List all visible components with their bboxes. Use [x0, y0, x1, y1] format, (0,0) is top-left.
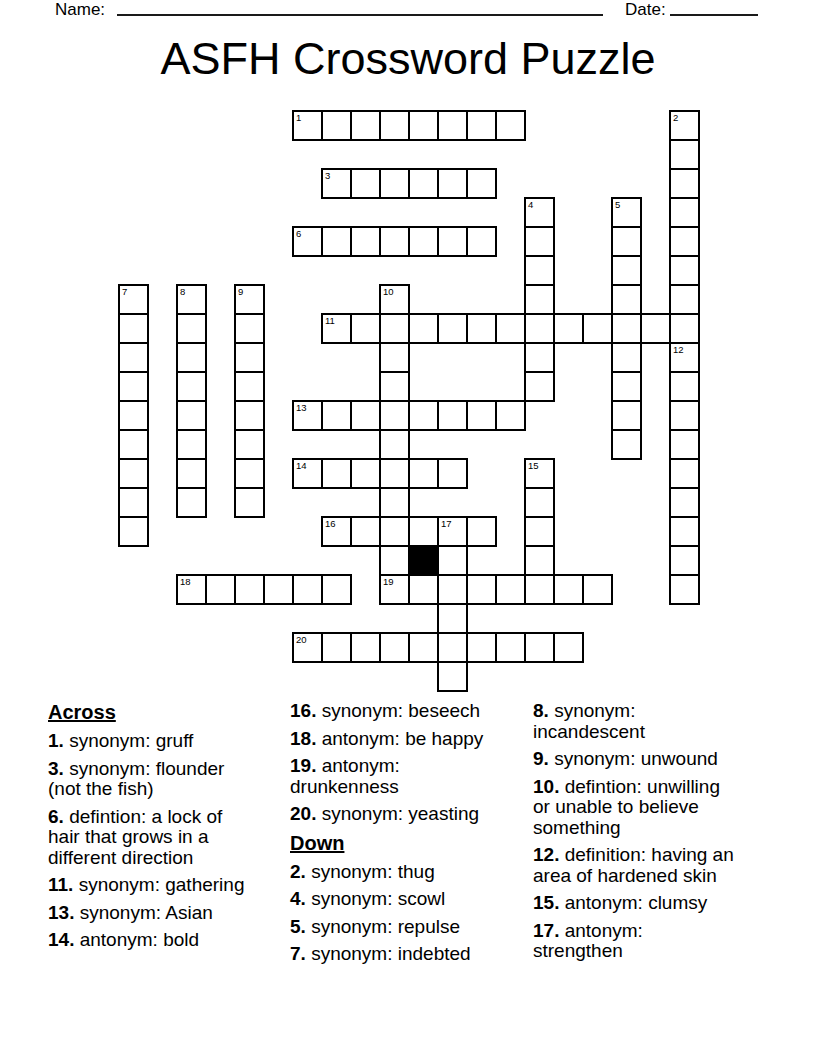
clue-number: 19. — [290, 755, 316, 776]
grid-cell[interactable] — [611, 255, 642, 286]
grid-cell[interactable]: 6 — [292, 226, 323, 257]
grid-cell[interactable] — [524, 487, 555, 518]
grid-cell[interactable] — [611, 400, 642, 431]
grid-cell[interactable] — [669, 400, 700, 431]
clue-number: 8. — [533, 700, 549, 721]
across-clue-3: 3. synonym: flounder (not the fish) — [48, 759, 253, 800]
cell-number: 13 — [296, 402, 307, 413]
across-clue-13: 13. synonym: Asian — [48, 903, 253, 924]
grid-cell[interactable] — [234, 371, 265, 402]
clue-number: 15. — [533, 892, 559, 913]
grid-cell[interactable]: 16 — [321, 516, 352, 547]
grid-cell[interactable] — [118, 371, 149, 402]
cell-number: 7 — [122, 286, 127, 297]
clue-number: 11. — [48, 874, 73, 895]
grid-cell[interactable] — [437, 603, 468, 634]
grid-cell[interactable] — [408, 313, 439, 344]
cell-number: 6 — [296, 228, 301, 239]
grid-cell[interactable]: 4 — [524, 197, 555, 228]
grid-cell[interactable] — [466, 168, 497, 199]
grid-cell[interactable] — [379, 342, 410, 373]
clue-number: 3. — [48, 758, 64, 779]
clue-number: 7. — [290, 943, 306, 964]
grid-cell[interactable] — [408, 226, 439, 257]
grid-cell[interactable] — [611, 371, 642, 402]
grid-cell[interactable] — [437, 168, 468, 199]
clue-number: 13. — [48, 902, 74, 923]
grid-cell[interactable] — [669, 284, 700, 315]
grid-cell[interactable] — [437, 110, 468, 141]
clue-number: 9. — [533, 748, 549, 769]
grid-cell[interactable]: 13 — [292, 400, 323, 431]
grid-cell[interactable] — [234, 429, 265, 460]
grid-cell[interactable]: 8 — [176, 284, 207, 315]
grid-cell[interactable] — [118, 429, 149, 460]
grid-cell[interactable] — [118, 313, 149, 344]
grid-cell[interactable] — [350, 110, 381, 141]
grid-cell[interactable]: 9 — [234, 284, 265, 315]
grid-cell[interactable] — [408, 516, 439, 547]
grid-cell[interactable] — [350, 168, 381, 199]
clue-number: 16. — [290, 700, 316, 721]
grid-cell[interactable] — [582, 313, 613, 344]
grid-cell[interactable] — [437, 574, 468, 605]
grid-cell[interactable]: 14 — [292, 458, 323, 489]
grid-cell[interactable]: 20 — [292, 632, 323, 663]
grid-cell[interactable] — [379, 168, 410, 199]
grid-cell[interactable] — [350, 226, 381, 257]
grid-cell[interactable] — [553, 313, 584, 344]
down-heading: Down — [290, 832, 495, 854]
across-clue-16: 16. synonym: beseech — [290, 701, 495, 722]
grid-cell[interactable]: 7 — [118, 284, 149, 315]
grid-cell[interactable] — [350, 632, 381, 663]
cell-number: 8 — [180, 286, 185, 297]
grid-cell[interactable] — [379, 458, 410, 489]
grid-cell[interactable] — [495, 400, 526, 431]
down-clue-8: 8. synonym: incandescent — [533, 701, 735, 742]
grid-cell[interactable] — [176, 400, 207, 431]
grid-cell[interactable] — [466, 313, 497, 344]
grid-cell[interactable] — [582, 574, 613, 605]
down-clue-4: 4. synonym: scowl — [290, 889, 495, 910]
across-clue-20: 20. synonym: yeasting — [290, 804, 495, 825]
grid-cell[interactable] — [611, 429, 642, 460]
grid-cell[interactable] — [379, 313, 410, 344]
grid-cell[interactable] — [263, 574, 294, 605]
cell-number: 10 — [383, 286, 394, 297]
grid-cell[interactable] — [437, 545, 468, 576]
cell-number: 5 — [615, 199, 620, 210]
grid-cell[interactable]: 17 — [437, 516, 468, 547]
clue-number: 18. — [290, 728, 316, 749]
down-clue-17: 17. antonym: strengthen — [533, 921, 735, 962]
grid-cell[interactable] — [234, 342, 265, 373]
grid-cell[interactable] — [234, 313, 265, 344]
grid-cell[interactable] — [379, 632, 410, 663]
grid-cell[interactable] — [379, 400, 410, 431]
grid-cell[interactable] — [669, 516, 700, 547]
cell-number: 11 — [325, 315, 335, 326]
grid-cell[interactable] — [669, 371, 700, 402]
grid-cell[interactable] — [524, 371, 555, 402]
clue-number: 6. — [48, 806, 64, 827]
clue-number: 20. — [290, 803, 316, 824]
grid-cell[interactable] — [669, 226, 700, 257]
across-clue-18: 18. antonym: be happy — [290, 729, 495, 750]
grid-cell[interactable] — [437, 226, 468, 257]
page-title: ASFH Crossword Puzzle — [0, 33, 816, 85]
cell-number: 1 — [296, 112, 301, 123]
grid-cell[interactable] — [524, 632, 555, 663]
grid-cell[interactable] — [669, 197, 700, 228]
grid-cell[interactable] — [524, 342, 555, 373]
grid-cell[interactable] — [437, 400, 468, 431]
grid-cell[interactable] — [611, 313, 642, 344]
grid-cell[interactable] — [437, 313, 468, 344]
grid-cell[interactable] — [234, 574, 265, 605]
across-clue-11: 11. synonym: gathering — [48, 875, 253, 896]
down-clue-5: 5. synonym: repulse — [290, 917, 495, 938]
clue-column-right: 8. synonym: incandescent9. synonym: unwo… — [533, 701, 735, 969]
grid-cell[interactable] — [553, 574, 584, 605]
grid-cell[interactable] — [466, 110, 497, 141]
grid-cell[interactable] — [495, 313, 526, 344]
cell-number: 16 — [325, 518, 336, 529]
grid-cell[interactable] — [524, 516, 555, 547]
grid-cell[interactable] — [379, 226, 410, 257]
grid-cell[interactable] — [176, 487, 207, 518]
grid-cell[interactable]: 15 — [524, 458, 555, 489]
grid-cell[interactable] — [321, 400, 352, 431]
name-label: Name: — [55, 1, 105, 19]
cell-number: 19 — [383, 576, 394, 587]
date-label: Date: — [625, 1, 666, 19]
cell-number: 3 — [325, 170, 330, 181]
grid-cell[interactable] — [321, 632, 352, 663]
grid-cell[interactable]: 11 — [321, 313, 352, 344]
black-cell — [408, 545, 439, 576]
across-heading: Across — [48, 701, 253, 723]
cell-number: 9 — [238, 286, 243, 297]
grid-cell[interactable] — [524, 255, 555, 286]
grid-cell[interactable]: 2 — [669, 110, 700, 141]
grid-cell[interactable] — [176, 342, 207, 373]
grid-cell[interactable]: 5 — [611, 197, 642, 228]
grid-cell[interactable] — [321, 226, 352, 257]
cell-number: 17 — [441, 518, 452, 529]
grid-cell[interactable] — [379, 545, 410, 576]
across-clue-19: 19. antonym: drunkenness — [290, 756, 495, 797]
grid-cell[interactable] — [640, 313, 671, 344]
grid-cell[interactable] — [408, 632, 439, 663]
clue-number: 1. — [48, 730, 64, 751]
grid-cell[interactable] — [495, 574, 526, 605]
grid-cell[interactable]: 18 — [176, 574, 207, 605]
down-clue-2: 2. synonym: thug — [290, 862, 495, 883]
across-clue-1: 1. synonym: gruff — [48, 731, 253, 752]
grid-cell[interactable] — [408, 458, 439, 489]
cell-number: 20 — [296, 634, 307, 645]
grid-cell[interactable] — [118, 458, 149, 489]
grid-cell[interactable]: 3 — [321, 168, 352, 199]
grid-cell[interactable] — [350, 458, 381, 489]
grid-cell[interactable] — [350, 313, 381, 344]
clue-number: 14. — [48, 929, 74, 950]
grid-cell[interactable] — [524, 284, 555, 315]
grid-cell[interactable] — [118, 342, 149, 373]
cell-number: 14 — [296, 460, 307, 471]
grid-cell[interactable] — [234, 487, 265, 518]
grid-cell[interactable]: 12 — [669, 342, 700, 373]
grid-cell[interactable]: 10 — [379, 284, 410, 315]
grid-cell[interactable] — [524, 574, 555, 605]
grid-cell[interactable] — [350, 400, 381, 431]
name-blank-line — [117, 0, 603, 16]
grid-cell[interactable] — [205, 574, 236, 605]
grid-cell[interactable] — [321, 110, 352, 141]
crossword-worksheet-page: { "header": { "name_label": "Name:", "da… — [0, 0, 816, 1056]
clue-number: 10. — [533, 776, 559, 797]
grid-cell[interactable] — [524, 545, 555, 576]
across-clue-14: 14. antonym: bold — [48, 930, 253, 951]
grid-cell[interactable] — [379, 371, 410, 402]
grid-cell[interactable]: 1 — [292, 110, 323, 141]
grid-cell[interactable] — [669, 168, 700, 199]
clue-column-left: Across1. synonym: gruff3. synonym: floun… — [48, 701, 253, 958]
grid-cell[interactable] — [408, 400, 439, 431]
grid-cell[interactable] — [466, 574, 497, 605]
grid-cell[interactable] — [379, 516, 410, 547]
grid-cell[interactable] — [379, 429, 410, 460]
crossword-grid: 1234567891011121314151617181920 — [118, 110, 702, 694]
grid-cell[interactable] — [408, 574, 439, 605]
grid-cell[interactable] — [118, 400, 149, 431]
grid-cell[interactable] — [669, 545, 700, 576]
grid-cell[interactable] — [495, 632, 526, 663]
grid-cell[interactable] — [669, 313, 700, 344]
grid-cell[interactable] — [611, 342, 642, 373]
grid-cell[interactable]: 19 — [379, 574, 410, 605]
grid-cell[interactable] — [495, 110, 526, 141]
grid-cell[interactable] — [118, 487, 149, 518]
cell-number: 4 — [528, 199, 533, 210]
clue-number: 2. — [290, 861, 306, 882]
grid-cell[interactable] — [466, 516, 497, 547]
down-clue-7: 7. synonym: indebted — [290, 944, 495, 965]
grid-cell[interactable] — [321, 574, 352, 605]
grid-cell[interactable] — [408, 110, 439, 141]
grid-cell[interactable] — [292, 574, 323, 605]
grid-cell[interactable] — [176, 371, 207, 402]
grid-cell[interactable] — [524, 226, 555, 257]
grid-cell[interactable] — [176, 429, 207, 460]
grid-cell[interactable] — [669, 458, 700, 489]
cell-number: 12 — [673, 344, 684, 355]
date-blank-line — [670, 0, 758, 16]
cell-number: 15 — [528, 460, 539, 471]
clue-number: 5. — [290, 916, 306, 937]
clue-number: 12. — [533, 844, 559, 865]
grid-cell[interactable] — [437, 458, 468, 489]
grid-cell[interactable] — [669, 255, 700, 286]
grid-cell[interactable] — [408, 168, 439, 199]
down-clue-10: 10. defintion: unwilling or unable to be… — [533, 777, 735, 839]
grid-cell[interactable] — [669, 429, 700, 460]
down-clue-15: 15. antonym: clumsy — [533, 893, 735, 914]
clue-column-middle: 16. synonym: beseech18. antonym: be happ… — [290, 701, 495, 972]
cell-number: 18 — [180, 576, 191, 587]
grid-cell[interactable] — [611, 226, 642, 257]
clue-number: 17. — [533, 920, 559, 941]
grid-cell[interactable] — [553, 632, 584, 663]
grid-cell[interactable] — [176, 313, 207, 344]
grid-cell[interactable] — [234, 458, 265, 489]
grid-cell[interactable] — [350, 516, 381, 547]
grid-cell[interactable] — [524, 313, 555, 344]
grid-cell[interactable] — [379, 110, 410, 141]
down-clue-12: 12. definition: having an area of harden… — [533, 845, 735, 886]
grid-cell[interactable] — [379, 487, 410, 518]
grid-cell[interactable] — [669, 139, 700, 170]
grid-cell[interactable] — [669, 574, 700, 605]
grid-cell[interactable] — [234, 400, 265, 431]
clue-number: 4. — [290, 888, 306, 909]
grid-cell[interactable] — [176, 458, 207, 489]
grid-cell[interactable] — [321, 458, 352, 489]
grid-cell[interactable] — [466, 400, 497, 431]
grid-cell[interactable] — [611, 284, 642, 315]
grid-cell[interactable] — [118, 516, 149, 547]
grid-cell[interactable] — [669, 487, 700, 518]
grid-cell[interactable] — [437, 632, 468, 663]
grid-cell[interactable] — [466, 632, 497, 663]
grid-cell[interactable] — [466, 226, 497, 257]
across-clue-6: 6. defintion: a lock of hair that grows … — [48, 807, 253, 869]
down-clue-9: 9. synonym: unwound — [533, 749, 735, 770]
grid-cell[interactable] — [437, 661, 468, 692]
cell-number: 2 — [673, 112, 678, 123]
